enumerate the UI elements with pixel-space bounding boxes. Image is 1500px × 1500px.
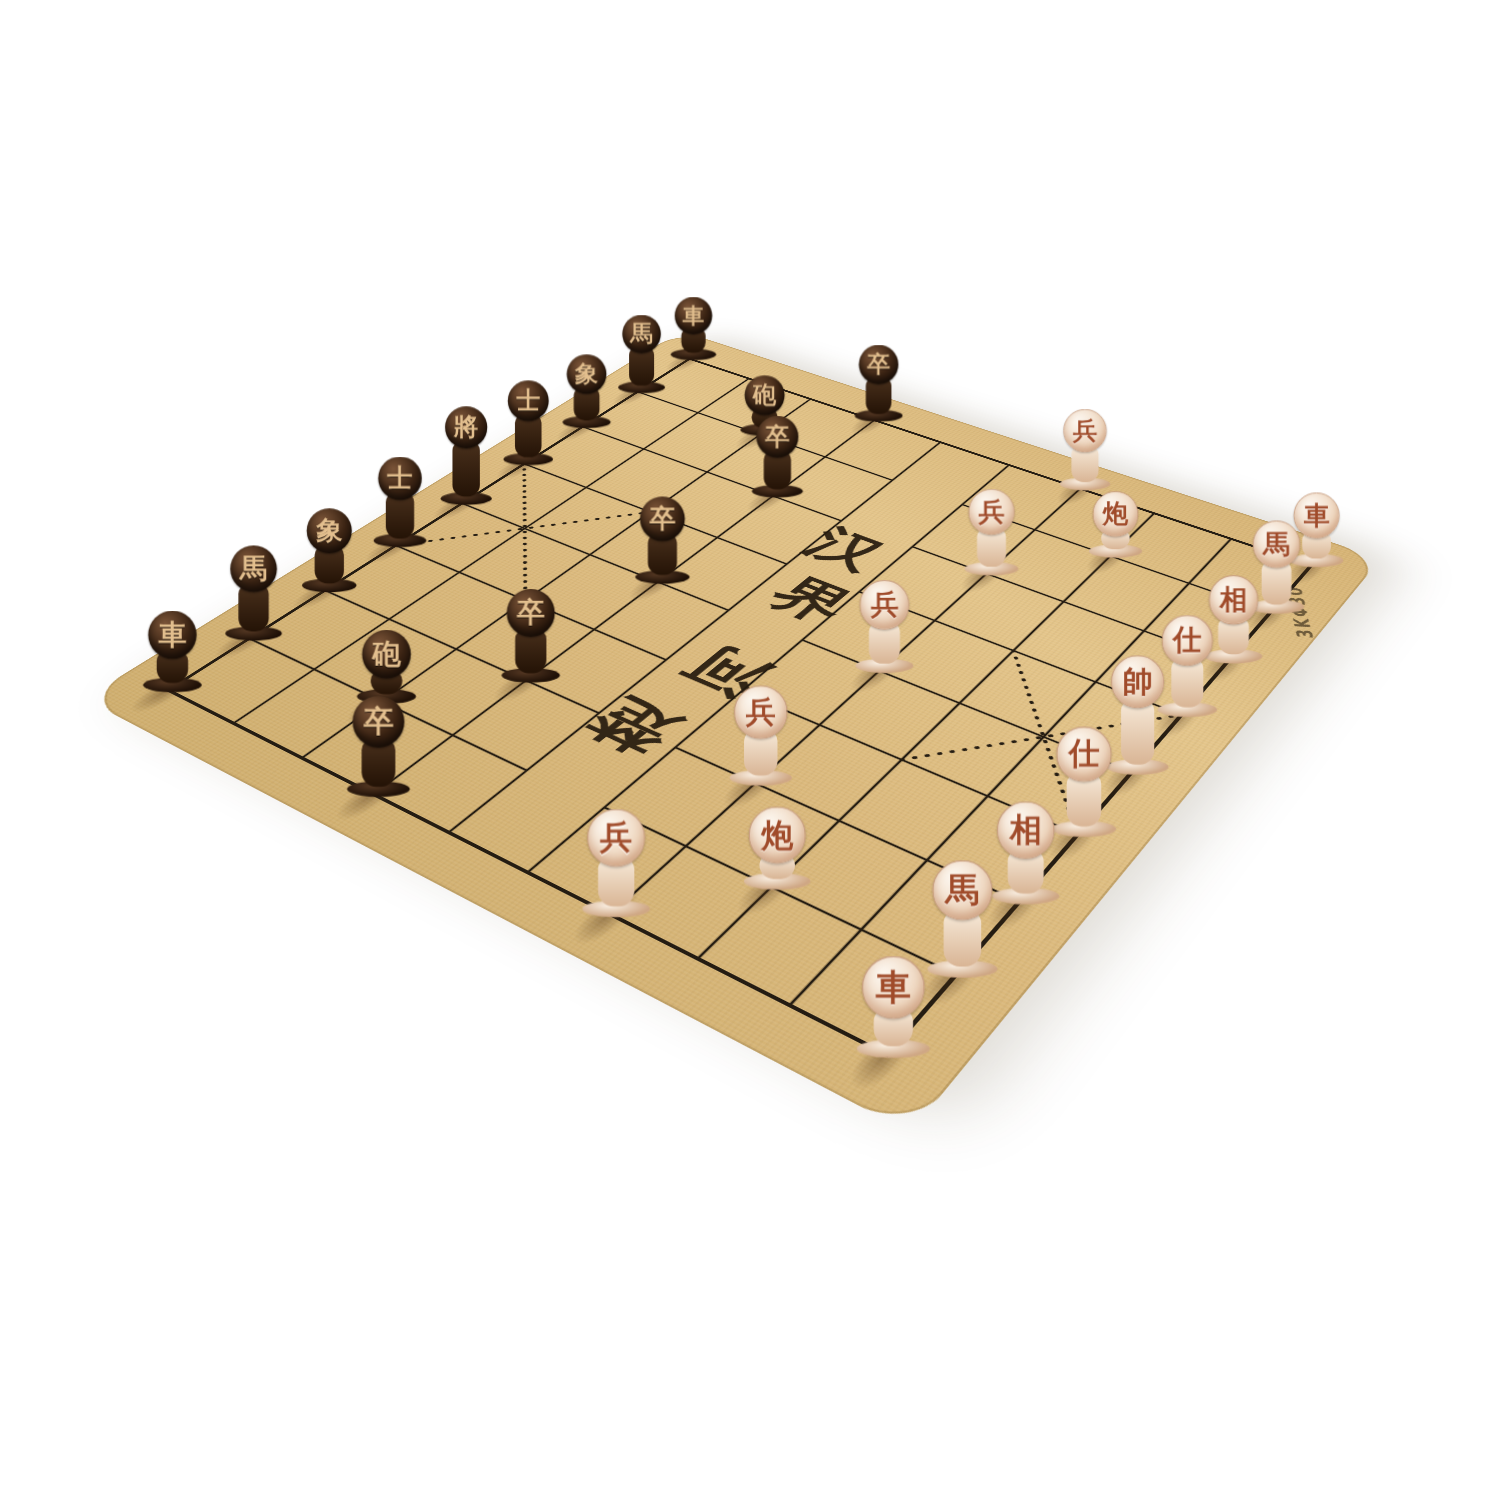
piece-dark-soldier[interactable]: 卒	[630, 496, 694, 583]
piece-layer: 車馬象士將士象馬車砲砲卒卒卒卒卒兵兵兵兵兵炮炮車馬相仕帥仕相馬車	[84, 331, 1381, 1133]
piece-head: 卒	[507, 589, 555, 637]
piece-light-cannon[interactable]: 炮	[1084, 491, 1147, 558]
piece-glyph: 馬	[946, 873, 980, 907]
piece-head: 車	[862, 956, 925, 1019]
piece-dark-horse[interactable]: 馬	[614, 315, 669, 393]
piece-dark-soldier[interactable]: 卒	[496, 589, 565, 683]
piece-head: 卒	[640, 496, 685, 541]
piece-light-soldier[interactable]: 兵	[1055, 409, 1115, 490]
piece-head: 卒	[859, 345, 898, 384]
piece-light-soldier[interactable]: 兵	[850, 580, 918, 673]
piece-glyph: 象	[575, 362, 598, 385]
piece-glyph: 仕	[1173, 626, 1202, 655]
piece-glyph: 帥	[1123, 667, 1153, 697]
piece-dark-general[interactable]: 將	[436, 406, 496, 505]
piece-dark-chariot[interactable]: 車	[667, 297, 721, 360]
piece-head: 兵	[1063, 409, 1106, 452]
piece-light-soldier[interactable]: 兵	[576, 809, 656, 918]
piece-glyph: 士	[516, 389, 540, 413]
piece-head: 砲	[745, 375, 785, 415]
piece-body	[515, 415, 542, 458]
piece-glyph: 將	[454, 415, 479, 440]
piece-head: 兵	[860, 580, 910, 630]
piece-dark-advisor[interactable]: 士	[499, 380, 557, 465]
piece-glyph: 車	[876, 970, 911, 1005]
piece-glyph: 車	[683, 305, 705, 327]
piece-glyph: 兵	[746, 697, 776, 727]
piece-light-cannon[interactable]: 炮	[738, 806, 816, 889]
piece-glyph: 卒	[765, 424, 790, 449]
piece-dark-horse[interactable]: 馬	[220, 545, 287, 640]
piece-dark-chariot[interactable]: 車	[138, 611, 207, 693]
piece-head: 馬	[932, 860, 992, 920]
piece-glyph: 兵	[1073, 418, 1097, 442]
piece-head: 兵	[587, 809, 645, 867]
piece-glyph: 炮	[1103, 501, 1129, 527]
piece-glyph: 相	[1010, 814, 1042, 846]
piece-glyph: 炮	[761, 819, 793, 851]
piece-body	[386, 493, 414, 538]
piece-light-soldier[interactable]: 兵	[724, 685, 798, 785]
piece-body	[1121, 701, 1154, 765]
piece-glyph: 卒	[517, 599, 545, 627]
piece-glyph: 兵	[870, 591, 898, 619]
piece-head: 兵	[968, 489, 1014, 535]
piece-dark-soldier[interactable]: 卒	[850, 345, 906, 422]
piece-head: 士	[378, 457, 421, 500]
piece-glyph: 卒	[363, 706, 393, 736]
piece-head: 仕	[1056, 726, 1111, 781]
piece-glyph: 象	[316, 518, 342, 544]
piece-glyph: 兵	[978, 499, 1004, 525]
piece-head: 車	[675, 297, 712, 334]
piece-glyph: 兵	[600, 821, 633, 854]
piece-glyph: 車	[158, 620, 186, 648]
piece-glyph: 相	[1220, 586, 1248, 614]
piece-dark-soldier[interactable]: 卒	[747, 416, 807, 498]
piece-head: 砲	[362, 630, 411, 679]
piece-glyph: 馬	[1263, 531, 1290, 558]
piece-head: 馬	[622, 315, 660, 353]
piece-glyph: 砲	[753, 384, 776, 407]
piece-light-chariot[interactable]: 車	[850, 956, 936, 1058]
piece-head: 卒	[353, 696, 405, 748]
piece-light-soldier[interactable]: 兵	[960, 489, 1024, 576]
piece-head: 將	[445, 406, 487, 448]
piece-head: 象	[307, 508, 352, 553]
piece-glyph: 仕	[1068, 738, 1099, 769]
piece-head: 帥	[1111, 655, 1164, 708]
piece-dark-soldier[interactable]: 卒	[341, 696, 415, 797]
piece-head: 相	[997, 801, 1055, 859]
piece-dark-advisor[interactable]: 士	[369, 457, 431, 548]
piece-dark-elephant[interactable]: 象	[297, 508, 361, 592]
piece-head: 炮	[749, 806, 806, 863]
piece-head: 卒	[756, 416, 798, 458]
piece-head: 兵	[734, 685, 788, 739]
xiangqi-board: 楚河界汉3KΦ30 車馬象士將士象馬車砲砲卒卒卒卒卒兵兵兵兵兵炮炮車馬相仕帥仕相…	[84, 331, 1381, 1133]
piece-head: 士	[508, 380, 549, 421]
scene: 楚河界汉3KΦ30 車馬象士將士象馬車砲砲卒卒卒卒卒兵兵兵兵兵炮炮車馬相仕帥仕相…	[0, 0, 1500, 1500]
piece-head: 炮	[1093, 491, 1139, 537]
piece-glyph: 士	[387, 465, 412, 490]
piece-body	[452, 442, 479, 497]
piece-glyph: 馬	[630, 323, 653, 346]
piece-glyph: 砲	[372, 640, 401, 669]
piece-dark-elephant[interactable]: 象	[558, 354, 615, 428]
piece-head: 車	[148, 611, 196, 659]
piece-glyph: 馬	[240, 555, 267, 582]
page: { "game": "xiangqi", "scene": { "backgro…	[0, 0, 1500, 1500]
piece-dark-cannon[interactable]: 砲	[352, 630, 422, 704]
piece-head: 象	[567, 354, 607, 394]
piece-head: 馬	[1253, 520, 1301, 568]
piece-glyph: 卒	[649, 506, 675, 532]
piece-head: 馬	[230, 545, 277, 592]
piece-glyph: 卒	[867, 353, 890, 376]
